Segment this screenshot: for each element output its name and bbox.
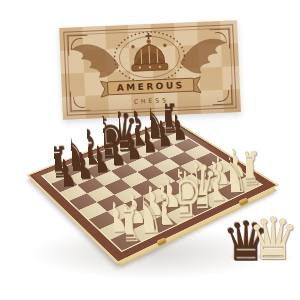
spare-white-queen: ♛ xyxy=(247,210,299,268)
product-photo: AMEROUS CHESS ♜♞♝♛♚♝♞♜♟♟♟♟♟♟♟♟♟♟♟♟♟♟♟♟♜♞… xyxy=(0,0,300,300)
